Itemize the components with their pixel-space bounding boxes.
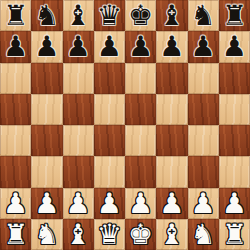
square-c1[interactable]: ♝: [63, 219, 94, 250]
square-a8[interactable]: ♜: [0, 0, 31, 31]
square-e8[interactable]: ♚: [125, 0, 156, 31]
square-f8[interactable]: ♝: [156, 0, 187, 31]
square-b5[interactable]: [31, 94, 62, 125]
square-b1[interactable]: ♞: [31, 219, 62, 250]
piece-black-pawn[interactable]: ♟: [222, 31, 247, 62]
square-e2[interactable]: ♟: [125, 188, 156, 219]
square-h1[interactable]: ♜: [219, 219, 250, 250]
square-f7[interactable]: ♟: [156, 31, 187, 62]
square-c6[interactable]: [63, 63, 94, 94]
square-d8[interactable]: ♛: [94, 0, 125, 31]
square-a5[interactable]: [0, 94, 31, 125]
square-g1[interactable]: ♞: [188, 219, 219, 250]
square-f2[interactable]: ♟: [156, 188, 187, 219]
square-c8[interactable]: ♝: [63, 0, 94, 31]
square-c7[interactable]: ♟: [63, 31, 94, 62]
square-b6[interactable]: [31, 63, 62, 94]
piece-white-pawn[interactable]: ♟: [66, 188, 91, 219]
square-h3[interactable]: [219, 156, 250, 187]
piece-black-king[interactable]: ♚: [128, 0, 153, 31]
piece-black-pawn[interactable]: ♟: [191, 31, 216, 62]
square-b7[interactable]: ♟: [31, 31, 62, 62]
square-h8[interactable]: ♜: [219, 0, 250, 31]
square-a3[interactable]: [0, 156, 31, 187]
square-f5[interactable]: [156, 94, 187, 125]
square-e3[interactable]: [125, 156, 156, 187]
square-d2[interactable]: ♟: [94, 188, 125, 219]
square-c4[interactable]: [63, 125, 94, 156]
square-g7[interactable]: ♟: [188, 31, 219, 62]
square-f4[interactable]: [156, 125, 187, 156]
square-d4[interactable]: [94, 125, 125, 156]
square-a4[interactable]: [0, 125, 31, 156]
piece-black-rook[interactable]: ♜: [3, 0, 28, 31]
piece-black-pawn[interactable]: ♟: [159, 31, 184, 62]
square-b4[interactable]: [31, 125, 62, 156]
chess-board: ♜♞♝♛♚♝♞♜♟♟♟♟♟♟♟♟♟♟♟♟♟♟♟♟♜♞♝♛♚♝♞♜: [0, 0, 250, 250]
piece-white-bishop[interactable]: ♝: [159, 219, 184, 250]
square-c5[interactable]: [63, 94, 94, 125]
piece-white-queen[interactable]: ♛: [97, 219, 122, 250]
square-h2[interactable]: ♟: [219, 188, 250, 219]
square-c2[interactable]: ♟: [63, 188, 94, 219]
piece-white-pawn[interactable]: ♟: [222, 188, 247, 219]
square-e7[interactable]: ♟: [125, 31, 156, 62]
square-f3[interactable]: [156, 156, 187, 187]
square-d7[interactable]: ♟: [94, 31, 125, 62]
piece-white-rook[interactable]: ♜: [222, 219, 247, 250]
piece-black-pawn[interactable]: ♟: [66, 31, 91, 62]
piece-white-bishop[interactable]: ♝: [66, 219, 91, 250]
piece-white-knight[interactable]: ♞: [191, 219, 216, 250]
square-d3[interactable]: [94, 156, 125, 187]
square-e6[interactable]: [125, 63, 156, 94]
piece-black-knight[interactable]: ♞: [34, 0, 59, 31]
square-h5[interactable]: [219, 94, 250, 125]
square-h7[interactable]: ♟: [219, 31, 250, 62]
square-a6[interactable]: [0, 63, 31, 94]
square-h6[interactable]: [219, 63, 250, 94]
piece-white-pawn[interactable]: ♟: [191, 188, 216, 219]
square-g8[interactable]: ♞: [188, 0, 219, 31]
square-a2[interactable]: ♟: [0, 188, 31, 219]
square-d5[interactable]: [94, 94, 125, 125]
square-a7[interactable]: ♟: [0, 31, 31, 62]
square-e5[interactable]: [125, 94, 156, 125]
piece-black-pawn[interactable]: ♟: [97, 31, 122, 62]
piece-white-pawn[interactable]: ♟: [97, 188, 122, 219]
piece-white-knight[interactable]: ♞: [34, 219, 59, 250]
square-d1[interactable]: ♛: [94, 219, 125, 250]
square-d6[interactable]: [94, 63, 125, 94]
square-e1[interactable]: ♚: [125, 219, 156, 250]
piece-black-pawn[interactable]: ♟: [128, 31, 153, 62]
piece-white-rook[interactable]: ♜: [3, 219, 28, 250]
piece-black-bishop[interactable]: ♝: [159, 0, 184, 31]
piece-black-bishop[interactable]: ♝: [66, 0, 91, 31]
piece-white-pawn[interactable]: ♟: [159, 188, 184, 219]
piece-white-pawn[interactable]: ♟: [128, 188, 153, 219]
square-g6[interactable]: [188, 63, 219, 94]
square-b8[interactable]: ♞: [31, 0, 62, 31]
square-b3[interactable]: [31, 156, 62, 187]
square-g2[interactable]: ♟: [188, 188, 219, 219]
square-e4[interactable]: [125, 125, 156, 156]
piece-white-pawn[interactable]: ♟: [34, 188, 59, 219]
piece-black-rook[interactable]: ♜: [222, 0, 247, 31]
square-g5[interactable]: [188, 94, 219, 125]
piece-black-knight[interactable]: ♞: [191, 0, 216, 31]
square-g3[interactable]: [188, 156, 219, 187]
piece-black-queen[interactable]: ♛: [97, 0, 122, 31]
piece-white-king[interactable]: ♚: [128, 219, 153, 250]
square-g4[interactable]: [188, 125, 219, 156]
square-h4[interactable]: [219, 125, 250, 156]
piece-white-pawn[interactable]: ♟: [3, 188, 28, 219]
square-b2[interactable]: ♟: [31, 188, 62, 219]
square-a1[interactable]: ♜: [0, 219, 31, 250]
square-c3[interactable]: [63, 156, 94, 187]
square-f1[interactable]: ♝: [156, 219, 187, 250]
square-f6[interactable]: [156, 63, 187, 94]
piece-black-pawn[interactable]: ♟: [3, 31, 28, 62]
piece-black-pawn[interactable]: ♟: [34, 31, 59, 62]
